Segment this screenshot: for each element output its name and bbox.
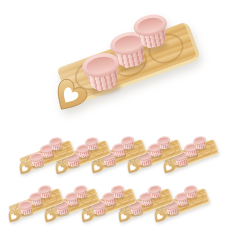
ramekin xyxy=(48,136,64,153)
ramekin xyxy=(84,136,100,153)
thumbnail-board xyxy=(1,182,67,228)
ramekin xyxy=(120,135,136,152)
ramekin xyxy=(156,135,172,152)
ramekin xyxy=(183,184,199,201)
ramekin xyxy=(37,184,53,201)
ramekin xyxy=(192,135,208,152)
ramekin xyxy=(110,184,126,201)
hero-board xyxy=(38,6,208,125)
ramekin xyxy=(147,184,163,201)
product-photo xyxy=(0,0,240,240)
ramekin xyxy=(132,12,172,55)
ramekin xyxy=(73,184,89,201)
thumbnail-board xyxy=(12,134,78,180)
